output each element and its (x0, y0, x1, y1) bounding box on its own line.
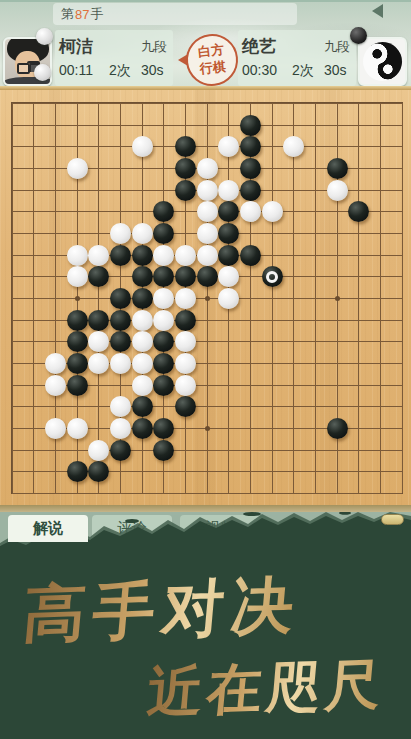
stone-black (67, 310, 88, 331)
grid-line-horizontal (12, 493, 402, 494)
previous-move-arrow-icon[interactable] (372, 4, 383, 18)
go-board[interactable] (0, 90, 411, 505)
stone-black (132, 266, 153, 287)
stone-white (88, 245, 109, 266)
stone-black (153, 418, 174, 439)
grid-line-vertical (402, 103, 403, 493)
stone-white (45, 375, 66, 396)
board-bottom-shadow (0, 505, 411, 512)
stone-black (110, 440, 131, 461)
stone-white (153, 245, 174, 266)
stone-black (88, 310, 109, 331)
grid-line-vertical (272, 103, 273, 493)
stone-black (240, 136, 261, 157)
stone-black (327, 158, 348, 179)
stone-white (110, 353, 131, 374)
stone-black (110, 245, 131, 266)
star-point (205, 296, 210, 301)
stone-black (175, 310, 196, 331)
stone-black (67, 461, 88, 482)
app-screen: 第87手 柯洁 九段 00:11 2次 30s 白方 行棋 绝艺 九段 (0, 0, 411, 739)
stone-black (132, 418, 153, 439)
stone-black (132, 288, 153, 309)
player-clock-white: 00:11 (59, 62, 93, 78)
stone-white (110, 223, 131, 244)
white-stone-icon (36, 28, 53, 45)
star-point (205, 426, 210, 431)
stone-black (218, 245, 239, 266)
stone-black (110, 310, 131, 331)
tab-commentary[interactable]: 解说 (8, 515, 88, 542)
player-name-black: 绝艺 (242, 35, 276, 58)
stone-white (240, 201, 261, 222)
stone-black (175, 266, 196, 287)
stone-white (175, 288, 196, 309)
stone-white (67, 418, 88, 439)
move-suffix: 手 (90, 5, 103, 23)
stone-black (240, 115, 261, 136)
tab-video-label: 视频 (205, 519, 235, 538)
collapse-button[interactable] (381, 514, 404, 525)
stone-white (327, 180, 348, 201)
stone-black (197, 266, 218, 287)
star-point (335, 296, 340, 301)
stone-black (110, 331, 131, 352)
stone-white (132, 223, 153, 244)
player-panel-black: 绝艺 九段 00:30 2次 30s (238, 30, 356, 86)
player-panel-white: 柯洁 九段 00:11 2次 30s (55, 30, 173, 86)
banner-slogan-line1: 高手对决 (20, 563, 304, 657)
stone-white (132, 331, 153, 352)
stone-black (175, 136, 196, 157)
move-prefix: 第 (61, 5, 74, 23)
stone-white (197, 223, 218, 244)
avatar-jueyi[interactable] (358, 37, 407, 86)
stone-white (67, 158, 88, 179)
stone-white (132, 136, 153, 157)
stone-black (175, 158, 196, 179)
stone-white (67, 245, 88, 266)
stone-white (175, 245, 196, 266)
stone-white (153, 310, 174, 331)
tab-video[interactable]: 视频 (180, 515, 260, 542)
stone-black (153, 440, 174, 461)
grid-line-horizontal (12, 450, 402, 451)
stone-black (132, 245, 153, 266)
stone-black (110, 288, 131, 309)
yin-yang-icon (358, 37, 407, 86)
tab-comments-label: 评论 (117, 519, 147, 538)
stone-black (153, 223, 174, 244)
stone-white (132, 353, 153, 374)
stone-white (197, 245, 218, 266)
stone-last-move (262, 266, 283, 287)
stone-black (175, 180, 196, 201)
move-counter: 第87手 (53, 3, 297, 25)
star-point (75, 296, 80, 301)
stone-black (240, 180, 261, 201)
stone-white (218, 288, 239, 309)
grid-line-vertical (358, 103, 359, 493)
grid-line-vertical (293, 103, 294, 493)
player-clock-black: 00:30 (242, 62, 277, 78)
stone-white (132, 375, 153, 396)
stone-white (45, 353, 66, 374)
banner-slogan-line2: 近在咫尺 (144, 648, 387, 730)
divider-gold-line (0, 86, 411, 90)
tab-commentary-label: 解说 (33, 519, 63, 538)
last-move-marker (266, 271, 278, 283)
stone-white (88, 440, 109, 461)
player-byoyomi-count-black: 2次 (292, 62, 314, 80)
stone-white (67, 266, 88, 287)
player-name-white: 柯洁 (59, 35, 93, 58)
stone-white (197, 158, 218, 179)
stone-white (197, 180, 218, 201)
stone-white (110, 418, 131, 439)
stone-black (240, 158, 261, 179)
stone-white (132, 310, 153, 331)
stone-black (218, 223, 239, 244)
stone-black (153, 375, 174, 396)
header: 第87手 柯洁 九段 00:11 2次 30s 白方 行棋 绝艺 九段 (0, 0, 411, 88)
move-number: 87 (74, 7, 90, 22)
stone-black (67, 375, 88, 396)
turn-indicator-seal: 白方 行棋 (183, 31, 240, 88)
player-rank-black: 九段 (324, 38, 350, 56)
avatar-glasses (17, 63, 30, 74)
stone-white (175, 331, 196, 352)
stone-black (240, 245, 261, 266)
grid-line-vertical (380, 103, 381, 493)
stone-white (110, 396, 131, 417)
player-byoyomi-count-white: 2次 (109, 62, 131, 80)
stone-black (67, 331, 88, 352)
stone-black (175, 396, 196, 417)
stone-white (197, 201, 218, 222)
stone-black (153, 353, 174, 374)
stone-black (67, 353, 88, 374)
stone-white (218, 180, 239, 201)
stone-white (153, 288, 174, 309)
stone-white (262, 201, 283, 222)
tab-bar: 解说 评论 视频 (0, 512, 411, 545)
white-stone-icon (34, 64, 51, 81)
grid-line-horizontal (12, 406, 402, 407)
player-byoyomi-time-black: 30s (324, 62, 347, 78)
black-stone-icon (350, 27, 367, 44)
turn-seal-line2: 行棋 (199, 59, 227, 79)
grid-line-vertical (315, 103, 316, 493)
stone-white (88, 353, 109, 374)
player-rank-white: 九段 (141, 38, 167, 56)
stone-white (45, 418, 66, 439)
player-byoyomi-time-white: 30s (141, 62, 164, 78)
stone-black (132, 396, 153, 417)
tab-comments[interactable]: 评论 (92, 515, 172, 542)
stone-white (175, 353, 196, 374)
stone-black (327, 418, 348, 439)
stone-white (175, 375, 196, 396)
